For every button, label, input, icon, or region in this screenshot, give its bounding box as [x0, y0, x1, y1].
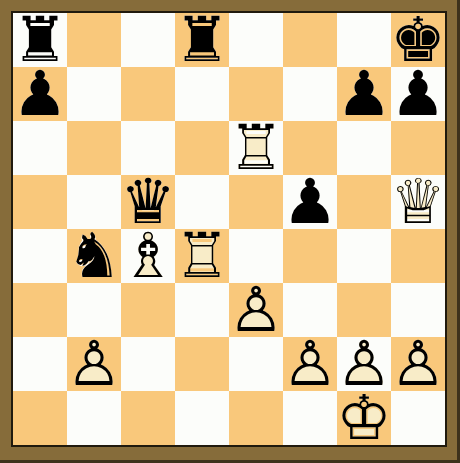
square-h3[interactable]: [391, 283, 445, 337]
square-d5[interactable]: [175, 175, 229, 229]
square-a8[interactable]: ♖♜: [13, 13, 67, 67]
square-g1[interactable]: ♚♔: [337, 391, 391, 445]
piece-glyph-fill: ♖: [13, 13, 67, 67]
piece-glyph-fill: ♟: [283, 337, 337, 391]
piece-glyph-detail: ♟: [337, 67, 391, 121]
square-b2[interactable]: ♟♙: [67, 337, 121, 391]
square-c2[interactable]: [121, 337, 175, 391]
square-d3[interactable]: [175, 283, 229, 337]
square-e6[interactable]: ♜♖: [229, 121, 283, 175]
piece-glyph-fill: ♜: [175, 229, 229, 283]
piece-white-pawn[interactable]: ♟♙: [67, 337, 121, 391]
square-h2[interactable]: ♟♙: [391, 337, 445, 391]
square-h8[interactable]: ♔♚: [391, 13, 445, 67]
piece-white-pawn[interactable]: ♟♙: [283, 337, 337, 391]
square-f2[interactable]: ♟♙: [283, 337, 337, 391]
piece-glyph-detail: ♕: [391, 175, 445, 229]
square-b1[interactable]: [67, 391, 121, 445]
square-g3[interactable]: [337, 283, 391, 337]
piece-glyph-detail: ♙: [67, 337, 121, 391]
square-h7[interactable]: ♙♟: [391, 67, 445, 121]
piece-glyph-detail: ♚: [391, 13, 445, 67]
square-d8[interactable]: ♖♜: [175, 13, 229, 67]
square-h4[interactable]: [391, 229, 445, 283]
square-e4[interactable]: [229, 229, 283, 283]
square-f8[interactable]: [283, 13, 337, 67]
piece-black-knight[interactable]: ♘♞: [67, 229, 121, 283]
square-a1[interactable]: [13, 391, 67, 445]
square-g4[interactable]: [337, 229, 391, 283]
square-b3[interactable]: [67, 283, 121, 337]
square-c5[interactable]: ♕♛: [121, 175, 175, 229]
piece-glyph-fill: ♟: [337, 337, 391, 391]
piece-glyph-fill: ♜: [229, 121, 283, 175]
piece-glyph-fill: ♔: [391, 13, 445, 67]
square-b5[interactable]: [67, 175, 121, 229]
piece-glyph-fill: ♙: [13, 67, 67, 121]
square-a7[interactable]: ♙♟: [13, 67, 67, 121]
square-b8[interactable]: [67, 13, 121, 67]
square-f5[interactable]: ♙♟: [283, 175, 337, 229]
square-a3[interactable]: [13, 283, 67, 337]
square-g6[interactable]: [337, 121, 391, 175]
piece-glyph-detail: ♙: [229, 283, 283, 337]
piece-glyph-detail: ♞: [67, 229, 121, 283]
piece-glyph-fill: ♟: [391, 337, 445, 391]
square-g5[interactable]: [337, 175, 391, 229]
piece-black-pawn[interactable]: ♙♟: [283, 175, 337, 229]
square-b4[interactable]: ♘♞: [67, 229, 121, 283]
square-h6[interactable]: [391, 121, 445, 175]
piece-glyph-detail: ♙: [391, 337, 445, 391]
piece-glyph-detail: ♖: [175, 229, 229, 283]
square-f3[interactable]: [283, 283, 337, 337]
square-c7[interactable]: [121, 67, 175, 121]
piece-glyph-detail: ♟: [13, 67, 67, 121]
square-e3[interactable]: ♟♙: [229, 283, 283, 337]
square-g7[interactable]: ♙♟: [337, 67, 391, 121]
square-h5[interactable]: ♛♕: [391, 175, 445, 229]
chessboard-frame: ♖♜♖♜♔♚♙♟♙♟♙♟♜♖♕♛♙♟♛♕♘♞♝♗♜♖♟♙♟♙♟♙♟♙♟♙♚♔: [0, 0, 460, 463]
piece-glyph-fill: ♟: [229, 283, 283, 337]
piece-glyph-detail: ♙: [337, 337, 391, 391]
piece-black-pawn[interactable]: ♙♟: [337, 67, 391, 121]
piece-glyph-fill: ♛: [391, 175, 445, 229]
square-d7[interactable]: [175, 67, 229, 121]
square-b7[interactable]: [67, 67, 121, 121]
piece-white-rook[interactable]: ♜♖: [175, 229, 229, 283]
piece-white-bishop[interactable]: ♝♗: [121, 229, 175, 283]
square-b6[interactable]: [67, 121, 121, 175]
piece-glyph-detail: ♔: [337, 391, 391, 445]
square-c4[interactable]: ♝♗: [121, 229, 175, 283]
square-f1[interactable]: [283, 391, 337, 445]
square-c1[interactable]: [121, 391, 175, 445]
piece-glyph-detail: ♗: [121, 229, 175, 283]
square-h1[interactable]: [391, 391, 445, 445]
square-c3[interactable]: [121, 283, 175, 337]
piece-white-queen[interactable]: ♛♕: [391, 175, 445, 229]
square-e2[interactable]: [229, 337, 283, 391]
piece-glyph-detail: ♟: [283, 175, 337, 229]
piece-glyph-fill: ♙: [283, 175, 337, 229]
piece-glyph-fill: ♘: [67, 229, 121, 283]
square-g2[interactable]: ♟♙: [337, 337, 391, 391]
square-d2[interactable]: [175, 337, 229, 391]
piece-white-rook[interactable]: ♜♖: [229, 121, 283, 175]
piece-glyph-fill: ♕: [121, 175, 175, 229]
square-e5[interactable]: [229, 175, 283, 229]
piece-white-pawn[interactable]: ♟♙: [337, 337, 391, 391]
piece-black-rook[interactable]: ♖♜: [13, 13, 67, 67]
square-a5[interactable]: [13, 175, 67, 229]
piece-glyph-detail: ♖: [229, 121, 283, 175]
chessboard: ♖♜♖♜♔♚♙♟♙♟♙♟♜♖♕♛♙♟♛♕♘♞♝♗♜♖♟♙♟♙♟♙♟♙♟♙♚♔: [11, 11, 447, 447]
piece-glyph-fill: ♝: [121, 229, 175, 283]
piece-glyph-detail: ♟: [391, 67, 445, 121]
square-f6[interactable]: [283, 121, 337, 175]
square-c6[interactable]: [121, 121, 175, 175]
square-d4[interactable]: ♜♖: [175, 229, 229, 283]
piece-white-pawn[interactable]: ♟♙: [391, 337, 445, 391]
piece-white-king[interactable]: ♚♔: [337, 391, 391, 445]
square-a4[interactable]: [13, 229, 67, 283]
piece-glyph-detail: ♜: [175, 13, 229, 67]
square-f4[interactable]: [283, 229, 337, 283]
piece-black-queen[interactable]: ♕♛: [121, 175, 175, 229]
square-e8[interactable]: [229, 13, 283, 67]
piece-black-king[interactable]: ♔♚: [391, 13, 445, 67]
piece-glyph-fill: ♙: [391, 67, 445, 121]
piece-glyph-fill: ♖: [175, 13, 229, 67]
square-d6[interactable]: [175, 121, 229, 175]
square-e1[interactable]: [229, 391, 283, 445]
piece-black-pawn[interactable]: ♙♟: [391, 67, 445, 121]
piece-glyph-fill: ♚: [337, 391, 391, 445]
piece-glyph-fill: ♙: [337, 67, 391, 121]
square-f7[interactable]: [283, 67, 337, 121]
square-a2[interactable]: [13, 337, 67, 391]
piece-black-pawn[interactable]: ♙♟: [13, 67, 67, 121]
square-a6[interactable]: [13, 121, 67, 175]
square-d1[interactable]: [175, 391, 229, 445]
piece-glyph-detail: ♙: [283, 337, 337, 391]
square-e7[interactable]: [229, 67, 283, 121]
square-c8[interactable]: [121, 13, 175, 67]
piece-glyph-detail: ♜: [13, 13, 67, 67]
piece-white-pawn[interactable]: ♟♙: [229, 283, 283, 337]
piece-black-rook[interactable]: ♖♜: [175, 13, 229, 67]
piece-glyph-detail: ♛: [121, 175, 175, 229]
piece-glyph-fill: ♟: [67, 337, 121, 391]
square-g8[interactable]: [337, 13, 391, 67]
